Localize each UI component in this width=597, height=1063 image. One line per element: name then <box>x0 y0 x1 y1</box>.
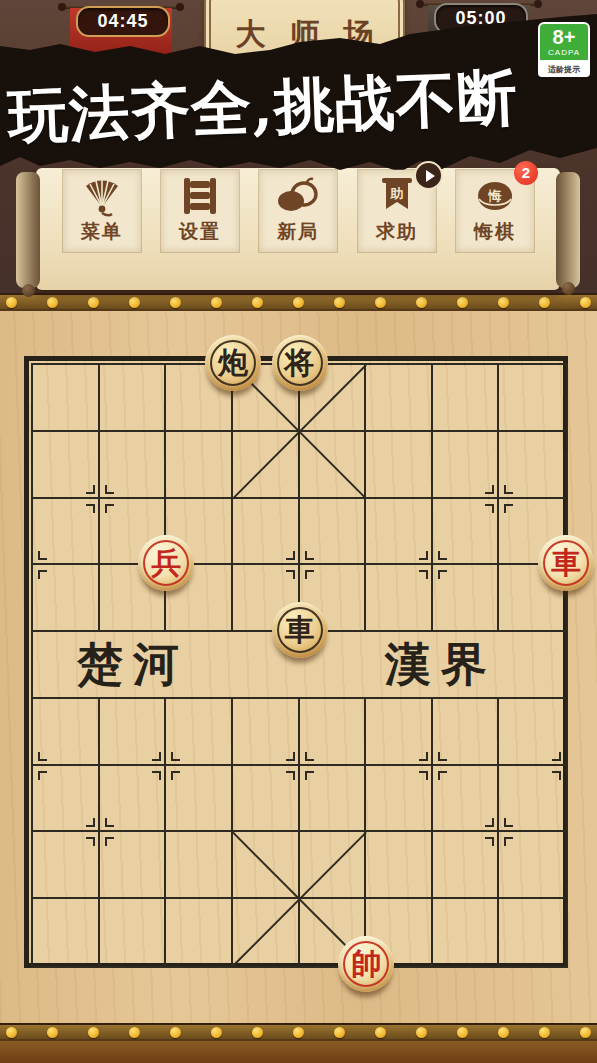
board-cell[interactable] <box>366 432 433 499</box>
board-cell[interactable] <box>433 365 500 432</box>
board-area: 楚河 漢界 炮将兵車車帥 <box>0 311 597 1023</box>
board-cell[interactable] <box>33 365 100 432</box>
gold-stud <box>170 297 181 308</box>
play-icon <box>426 170 435 182</box>
gold-stud <box>580 1027 591 1038</box>
gold-stud <box>334 1027 345 1038</box>
svg-text:助: 助 <box>390 186 404 201</box>
piece-ring <box>343 941 389 987</box>
age-rating-badge: 8+ CADPA 适龄提示 <box>538 22 590 77</box>
board-cell[interactable] <box>166 432 233 499</box>
fan-icon <box>80 173 124 219</box>
gold-stud <box>47 297 58 308</box>
board-cell[interactable] <box>499 899 566 966</box>
bottom-wood-band <box>0 1041 597 1063</box>
piece-ring <box>143 540 189 586</box>
video-play-badge <box>414 161 443 190</box>
scroll-icon <box>178 173 222 219</box>
cadpa-green-box: 8+ CADPA <box>538 22 590 62</box>
undo-count-badge: 2 <box>514 161 538 185</box>
gold-stud <box>457 1027 468 1038</box>
help-flag-icon: 助 <box>375 173 419 219</box>
svg-text:悔: 悔 <box>488 188 502 203</box>
gold-stud <box>47 1027 58 1038</box>
scroll-knob-left <box>22 284 35 297</box>
gold-stud <box>252 297 263 308</box>
river-label-left: 楚河 <box>43 632 223 699</box>
gold-stud <box>88 297 99 308</box>
settings-button[interactable]: 设置 <box>161 170 239 252</box>
piece-black-general[interactable]: 将 <box>272 335 328 391</box>
gold-stud <box>129 1027 140 1038</box>
board-cell[interactable] <box>366 365 433 432</box>
gold-stud <box>539 1027 550 1038</box>
board-cell[interactable] <box>300 832 367 899</box>
gold-stud <box>457 297 468 308</box>
scroll-knob-right <box>562 282 575 295</box>
gold-stud <box>211 297 222 308</box>
gold-stud <box>88 1027 99 1038</box>
game-screen: 04:45 大师场 05:00 玩法齐全,挑战不断 8+ CADPA 适龄提示 <box>0 0 597 1063</box>
gold-stud <box>252 1027 263 1038</box>
board-cell[interactable] <box>166 832 233 899</box>
river-label-right: 漢界 <box>351 632 531 699</box>
board-cell[interactable] <box>300 432 367 499</box>
scroll-roll-right <box>556 172 580 288</box>
new-game-button-label: 新局 <box>277 219 319 245</box>
undo-piece-icon: 悔 <box>473 173 517 219</box>
board-cell[interactable] <box>366 832 433 899</box>
board-cell[interactable] <box>233 832 300 899</box>
board-cell[interactable] <box>100 365 167 432</box>
undo-button[interactable]: 2 悔 悔棋 <box>456 170 534 252</box>
help-button-label: 求助 <box>376 219 418 245</box>
board-cell[interactable] <box>433 899 500 966</box>
board-cell[interactable] <box>233 432 300 499</box>
undo-button-label: 悔棋 <box>474 219 516 245</box>
gold-stud <box>170 1027 181 1038</box>
help-button[interactable]: 助 求助 <box>358 170 436 252</box>
age-note: 适龄提示 <box>538 62 590 77</box>
piece-ring <box>277 607 323 653</box>
piece-ring <box>543 540 589 586</box>
gold-stud <box>375 1027 386 1038</box>
gold-stud <box>580 297 591 308</box>
gold-stud <box>293 1027 304 1038</box>
gold-stud <box>129 297 140 308</box>
xiangqi-board-grid: 楚河 漢界 <box>31 363 568 968</box>
board-cell[interactable] <box>233 899 300 966</box>
cadpa-org: CADPA <box>540 48 588 57</box>
board-cell[interactable] <box>499 365 566 432</box>
board-cell[interactable] <box>166 899 233 966</box>
scroll-roll-left <box>16 172 40 288</box>
red-clock: 04:45 <box>76 6 170 37</box>
gold-stud <box>539 297 550 308</box>
gold-stud <box>334 297 345 308</box>
stones-icon <box>276 173 320 219</box>
menu-button-label: 菜单 <box>81 219 123 245</box>
gold-stud <box>498 297 509 308</box>
gold-stud <box>6 297 17 308</box>
piece-black-cannon[interactable]: 炮 <box>205 335 261 391</box>
piece-red-chariot[interactable]: 車 <box>538 535 594 591</box>
gold-stud <box>498 1027 509 1038</box>
piece-red-general[interactable]: 帥 <box>338 936 394 992</box>
stud-strip-top <box>0 293 597 311</box>
menu-button[interactable]: 菜单 <box>63 170 141 252</box>
gold-stud <box>375 297 386 308</box>
banner-slogan: 玩法齐全,挑战不断 <box>7 55 597 159</box>
gold-stud <box>416 1027 427 1038</box>
piece-ring <box>210 340 256 386</box>
board-cell[interactable] <box>33 899 100 966</box>
board-cell[interactable] <box>100 899 167 966</box>
piece-black-chariot[interactable]: 車 <box>272 602 328 658</box>
gold-stud <box>293 297 304 308</box>
piece-ring <box>277 340 323 386</box>
gold-stud <box>6 1027 17 1038</box>
gold-stud <box>211 1027 222 1038</box>
stud-strip-bottom <box>0 1023 597 1041</box>
new-game-button[interactable]: 新局 <box>259 170 337 252</box>
settings-button-label: 设置 <box>179 219 221 245</box>
gold-stud <box>416 297 427 308</box>
age-rating: 8+ <box>540 26 588 48</box>
